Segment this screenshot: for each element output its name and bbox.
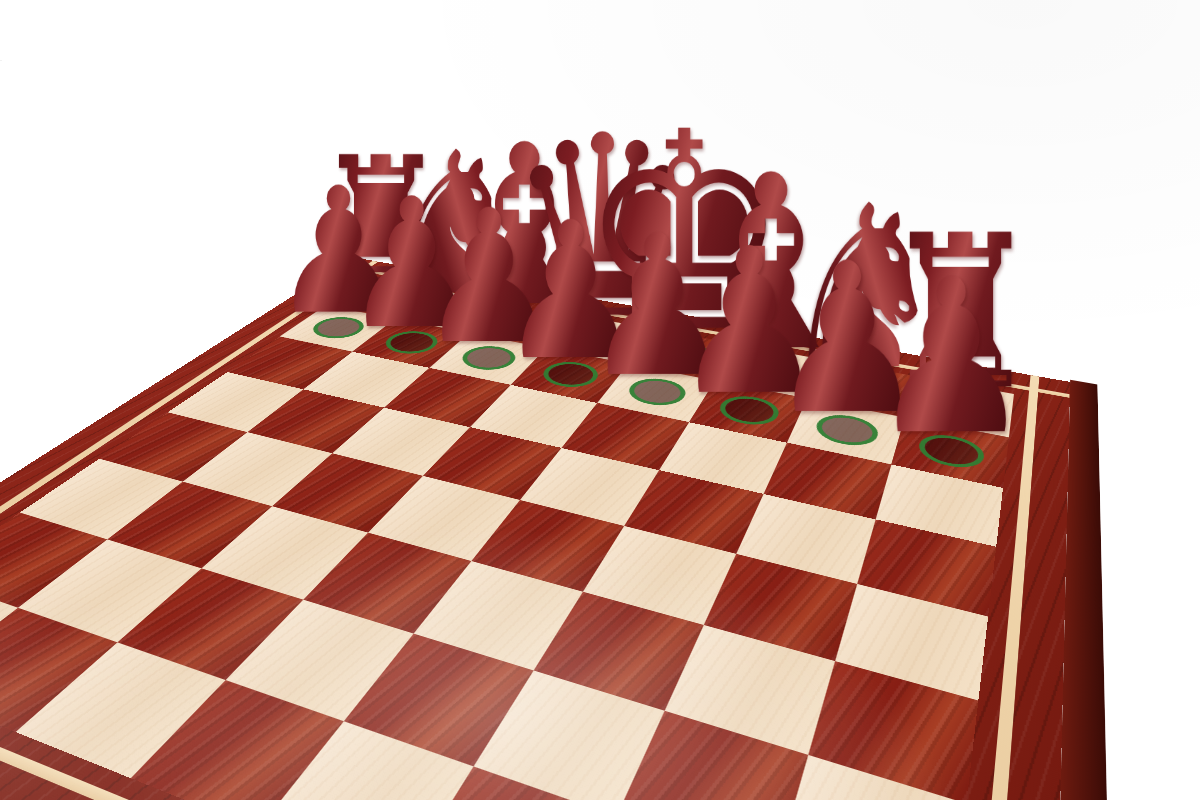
square-g5[interactable] [704, 554, 857, 661]
square-h3[interactable] [876, 465, 1003, 547]
chess-board: ♜♞♝♛♚♝♞♜♟♟♟♟♟♟♟♟ [0, 257, 1070, 800]
piece-glyph-P: ♟ [870, 259, 1033, 456]
square-h2[interactable]: ♟ [891, 417, 1009, 488]
scene: ♜♞♝♛♚♝♞♜♟♟♟♟♟♟♟♟ [0, 0, 1200, 800]
square-a6[interactable] [20, 459, 183, 540]
board-squares: ♜♞♝♛♚♝♞♜♟♟♟♟♟♟♟♟ [0, 277, 1014, 800]
board-wrapper: ♜♞♝♛♚♝♞♜♟♟♟♟♟♟♟♟ [20, 0, 1020, 800]
square-f3[interactable] [659, 422, 787, 494]
board-side-edge-right [1048, 380, 1120, 800]
